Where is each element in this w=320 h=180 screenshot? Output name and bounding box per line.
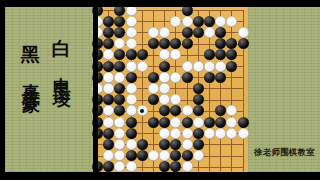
stone-black [193, 105, 204, 116]
stone-white [103, 72, 114, 83]
frame-bar-split [93, 0, 98, 180]
stone-white [170, 16, 181, 27]
stone-white [204, 128, 215, 139]
stone-white [182, 139, 193, 150]
stone-black [159, 61, 170, 72]
stone-white [159, 72, 170, 83]
stone-white [159, 49, 170, 60]
stone-black [182, 27, 193, 38]
stone-white [114, 117, 125, 128]
black-player-name: 辜梓豪 [22, 68, 40, 86]
stone-white [182, 161, 193, 172]
stone-black [204, 117, 215, 128]
stone-white [204, 27, 215, 38]
stone-black [215, 27, 226, 38]
stone-black [137, 49, 148, 60]
frame-bar-top [0, 0, 320, 7]
stone-black [103, 161, 114, 172]
stone-black [193, 16, 204, 27]
stone-white [114, 72, 125, 83]
stone-black [159, 38, 170, 49]
stone-white [103, 150, 114, 161]
stone-white [126, 27, 137, 38]
stone-white [193, 61, 204, 72]
stone-white [226, 117, 237, 128]
stone-black [103, 38, 114, 49]
thumbnail-stage: 白 申旻埈 黑 辜梓豪 徐老师围棋教室 [0, 0, 320, 180]
stone-black [204, 49, 215, 60]
stone-white [170, 128, 181, 139]
stone-black [182, 150, 193, 161]
stone-black [204, 72, 215, 83]
stone-black [193, 83, 204, 94]
stone-black [103, 16, 114, 27]
stone-black [126, 49, 137, 60]
stone-black [114, 16, 125, 27]
stone-white [126, 38, 137, 49]
stone-black [226, 38, 237, 49]
stone-white [182, 128, 193, 139]
stone-black [159, 139, 170, 150]
stone-black [159, 105, 170, 116]
stone-black [170, 150, 181, 161]
stone-white [226, 16, 237, 27]
stone-black [215, 49, 226, 60]
stone-black [103, 94, 114, 105]
stone-black [193, 128, 204, 139]
stone-white [126, 83, 137, 94]
stone-black [114, 83, 125, 94]
stone-black [148, 117, 159, 128]
stone-black [182, 72, 193, 83]
stone-white [159, 128, 170, 139]
stone-black [114, 61, 125, 72]
stone-black [215, 117, 226, 128]
stone-black [159, 161, 170, 172]
stone-white [159, 150, 170, 161]
stone-white [126, 105, 137, 116]
stone-white [126, 139, 137, 150]
stone-white [182, 16, 193, 27]
classroom-watermark: 徐老师围棋教室 [254, 147, 316, 159]
stone-black [126, 117, 137, 128]
stone-black [215, 105, 226, 116]
stone-black [114, 105, 125, 116]
stone-white [170, 49, 181, 60]
frame-bar-left [0, 0, 5, 180]
stone-white [114, 139, 125, 150]
stone-black [226, 49, 237, 60]
stone-black [148, 94, 159, 105]
stone-black [193, 139, 204, 150]
stone-white [114, 128, 125, 139]
stone-white [114, 38, 125, 49]
stone-black [148, 38, 159, 49]
stone-black [204, 16, 215, 27]
stone-white [114, 150, 125, 161]
stone-black [193, 94, 204, 105]
stone-white [193, 117, 204, 128]
stone-white [148, 83, 159, 94]
stone-white [126, 16, 137, 27]
stone-black [193, 27, 204, 38]
stone-white [170, 94, 181, 105]
stone-black [126, 72, 137, 83]
stone-white [148, 27, 159, 38]
stone-white [126, 61, 137, 72]
stone-white [159, 83, 170, 94]
stone-black [114, 94, 125, 105]
stone-black [103, 27, 114, 38]
stone-white [215, 16, 226, 27]
stone-black [238, 117, 249, 128]
stone-black [238, 38, 249, 49]
stone-black [103, 139, 114, 150]
stone-white [238, 27, 249, 38]
stone-white [126, 94, 137, 105]
stone-black [103, 128, 114, 139]
stone-black [215, 38, 226, 49]
stone-white [126, 161, 137, 172]
stone-black [170, 38, 181, 49]
stone-white [238, 128, 249, 139]
stone-black [159, 117, 170, 128]
stone-white [148, 150, 159, 161]
stone-white [215, 128, 226, 139]
stone-black [114, 27, 125, 38]
stone-white [103, 49, 114, 60]
stone-white [182, 61, 193, 72]
stone-white [159, 94, 170, 105]
frame-bar-bottom [0, 172, 320, 180]
stone-white [137, 105, 148, 116]
stone-black [182, 117, 193, 128]
stone-white [103, 105, 114, 116]
stone-black [170, 139, 181, 150]
stone-white [103, 83, 114, 94]
stone-white [215, 61, 226, 72]
stone-white [193, 150, 204, 161]
stone-black [226, 61, 237, 72]
stone-white [226, 105, 237, 116]
stone-white [182, 105, 193, 116]
stone-black [137, 150, 148, 161]
stone-black [215, 72, 226, 83]
stone-white [204, 61, 215, 72]
stone-white [159, 27, 170, 38]
stone-white [137, 61, 148, 72]
stone-black [182, 38, 193, 49]
stone-white [170, 117, 181, 128]
stone-white [226, 128, 237, 139]
white-player-name: 申旻埈 [53, 62, 71, 80]
stone-white [170, 72, 181, 83]
stone-black [170, 161, 181, 172]
last-move-marker [140, 109, 144, 113]
stone-black [114, 49, 125, 60]
stone-black [170, 105, 181, 116]
stone-black [126, 150, 137, 161]
stone-white [103, 117, 114, 128]
stone-black [103, 61, 114, 72]
stone-black [148, 72, 159, 83]
stone-white [114, 161, 125, 172]
stone-black [137, 139, 148, 150]
stone-black [126, 128, 137, 139]
